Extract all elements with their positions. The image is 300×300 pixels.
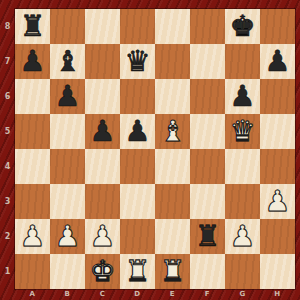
rank-label-5: 5 bbox=[0, 114, 15, 149]
square-h3[interactable]: ♟ bbox=[260, 184, 295, 219]
square-a3[interactable] bbox=[15, 184, 50, 219]
square-e3[interactable] bbox=[155, 184, 190, 219]
square-h6[interactable] bbox=[260, 79, 295, 114]
square-c6[interactable] bbox=[85, 79, 120, 114]
white-bishop[interactable]: ♝ bbox=[160, 114, 186, 149]
rank-labels: 87654321 bbox=[0, 9, 15, 289]
square-d5[interactable]: ♟ bbox=[120, 114, 155, 149]
rank-label-2: 2 bbox=[0, 219, 15, 254]
rank-label-6: 6 bbox=[0, 79, 15, 114]
square-d1[interactable]: ♜ bbox=[120, 254, 155, 289]
square-b7[interactable]: ♝ bbox=[50, 44, 85, 79]
black-rook[interactable]: ♜ bbox=[20, 9, 46, 44]
rank-label-1: 1 bbox=[0, 254, 15, 289]
square-c4[interactable] bbox=[85, 149, 120, 184]
square-b2[interactable]: ♟ bbox=[50, 219, 85, 254]
file-label-h: H bbox=[260, 288, 295, 300]
file-label-d: D bbox=[120, 288, 155, 300]
black-pawn[interactable]: ♟ bbox=[125, 114, 151, 149]
square-d3[interactable] bbox=[120, 184, 155, 219]
rank-label-4: 4 bbox=[0, 149, 15, 184]
black-king[interactable]: ♚ bbox=[230, 9, 256, 44]
square-f7[interactable] bbox=[190, 44, 225, 79]
square-a7[interactable]: ♟ bbox=[15, 44, 50, 79]
white-pawn[interactable]: ♟ bbox=[20, 219, 46, 254]
square-b4[interactable] bbox=[50, 149, 85, 184]
square-d6[interactable] bbox=[120, 79, 155, 114]
white-pawn[interactable]: ♟ bbox=[230, 219, 256, 254]
square-h2[interactable] bbox=[260, 219, 295, 254]
white-rook[interactable]: ♜ bbox=[160, 254, 186, 289]
rank-label-3: 3 bbox=[0, 184, 15, 219]
white-pawn[interactable]: ♟ bbox=[265, 184, 291, 219]
white-queen[interactable]: ♛ bbox=[230, 114, 256, 149]
black-pawn[interactable]: ♟ bbox=[55, 79, 81, 114]
square-a6[interactable] bbox=[15, 79, 50, 114]
square-h7[interactable]: ♟ bbox=[260, 44, 295, 79]
square-d4[interactable] bbox=[120, 149, 155, 184]
file-label-e: E bbox=[155, 288, 190, 300]
square-g4[interactable] bbox=[225, 149, 260, 184]
square-e5[interactable]: ♝ bbox=[155, 114, 190, 149]
file-label-f: F bbox=[190, 288, 225, 300]
black-rook[interactable]: ♜ bbox=[195, 219, 221, 254]
square-a8[interactable]: ♜ bbox=[15, 9, 50, 44]
square-b6[interactable]: ♟ bbox=[50, 79, 85, 114]
white-pawn[interactable]: ♟ bbox=[90, 219, 116, 254]
square-c8[interactable] bbox=[85, 9, 120, 44]
square-c3[interactable] bbox=[85, 184, 120, 219]
square-f2[interactable]: ♜ bbox=[190, 219, 225, 254]
square-c7[interactable] bbox=[85, 44, 120, 79]
square-c5[interactable]: ♟ bbox=[85, 114, 120, 149]
square-e7[interactable] bbox=[155, 44, 190, 79]
black-queen[interactable]: ♛ bbox=[125, 44, 151, 79]
square-a4[interactable] bbox=[15, 149, 50, 184]
square-g6[interactable]: ♟ bbox=[225, 79, 260, 114]
square-b5[interactable] bbox=[50, 114, 85, 149]
white-pawn[interactable]: ♟ bbox=[55, 219, 81, 254]
square-e6[interactable] bbox=[155, 79, 190, 114]
square-h8[interactable] bbox=[260, 9, 295, 44]
square-e4[interactable] bbox=[155, 149, 190, 184]
square-e8[interactable] bbox=[155, 9, 190, 44]
square-a5[interactable] bbox=[15, 114, 50, 149]
rank-label-7: 7 bbox=[0, 44, 15, 79]
square-b1[interactable] bbox=[50, 254, 85, 289]
chessboard-frame: 87654321 ♜♚♟♝♛♟♟♟♟♟♝♛♟♟♟♟♜♟♚♜♜ ABCDEFGH bbox=[0, 0, 300, 300]
file-labels: ABCDEFGH bbox=[15, 288, 295, 300]
square-e1[interactable]: ♜ bbox=[155, 254, 190, 289]
black-pawn[interactable]: ♟ bbox=[20, 44, 46, 79]
square-h4[interactable] bbox=[260, 149, 295, 184]
square-g5[interactable]: ♛ bbox=[225, 114, 260, 149]
square-f3[interactable] bbox=[190, 184, 225, 219]
black-bishop[interactable]: ♝ bbox=[55, 44, 81, 79]
chessboard[interactable]: ♜♚♟♝♛♟♟♟♟♟♝♛♟♟♟♟♜♟♚♜♜ bbox=[15, 9, 295, 289]
square-e2[interactable] bbox=[155, 219, 190, 254]
square-g2[interactable]: ♟ bbox=[225, 219, 260, 254]
square-b3[interactable] bbox=[50, 184, 85, 219]
black-pawn[interactable]: ♟ bbox=[90, 114, 116, 149]
square-d7[interactable]: ♛ bbox=[120, 44, 155, 79]
black-pawn[interactable]: ♟ bbox=[265, 44, 291, 79]
square-g7[interactable] bbox=[225, 44, 260, 79]
square-g3[interactable] bbox=[225, 184, 260, 219]
square-g8[interactable]: ♚ bbox=[225, 9, 260, 44]
black-pawn[interactable]: ♟ bbox=[230, 79, 256, 114]
square-c2[interactable]: ♟ bbox=[85, 219, 120, 254]
file-label-c: C bbox=[85, 288, 120, 300]
square-c1[interactable]: ♚ bbox=[85, 254, 120, 289]
square-f1[interactable] bbox=[190, 254, 225, 289]
square-d2[interactable] bbox=[120, 219, 155, 254]
file-label-a: A bbox=[15, 288, 50, 300]
square-f5[interactable] bbox=[190, 114, 225, 149]
square-g1[interactable] bbox=[225, 254, 260, 289]
square-d8[interactable] bbox=[120, 9, 155, 44]
file-label-g: G bbox=[225, 288, 260, 300]
square-f8[interactable] bbox=[190, 9, 225, 44]
square-a1[interactable] bbox=[15, 254, 50, 289]
file-label-b: B bbox=[50, 288, 85, 300]
square-f6[interactable] bbox=[190, 79, 225, 114]
square-h5[interactable] bbox=[260, 114, 295, 149]
white-king[interactable]: ♚ bbox=[90, 254, 116, 289]
white-rook[interactable]: ♜ bbox=[125, 254, 151, 289]
square-f4[interactable] bbox=[190, 149, 225, 184]
square-b8[interactable] bbox=[50, 9, 85, 44]
square-h1[interactable] bbox=[260, 254, 295, 289]
rank-label-8: 8 bbox=[0, 9, 15, 44]
square-a2[interactable]: ♟ bbox=[15, 219, 50, 254]
